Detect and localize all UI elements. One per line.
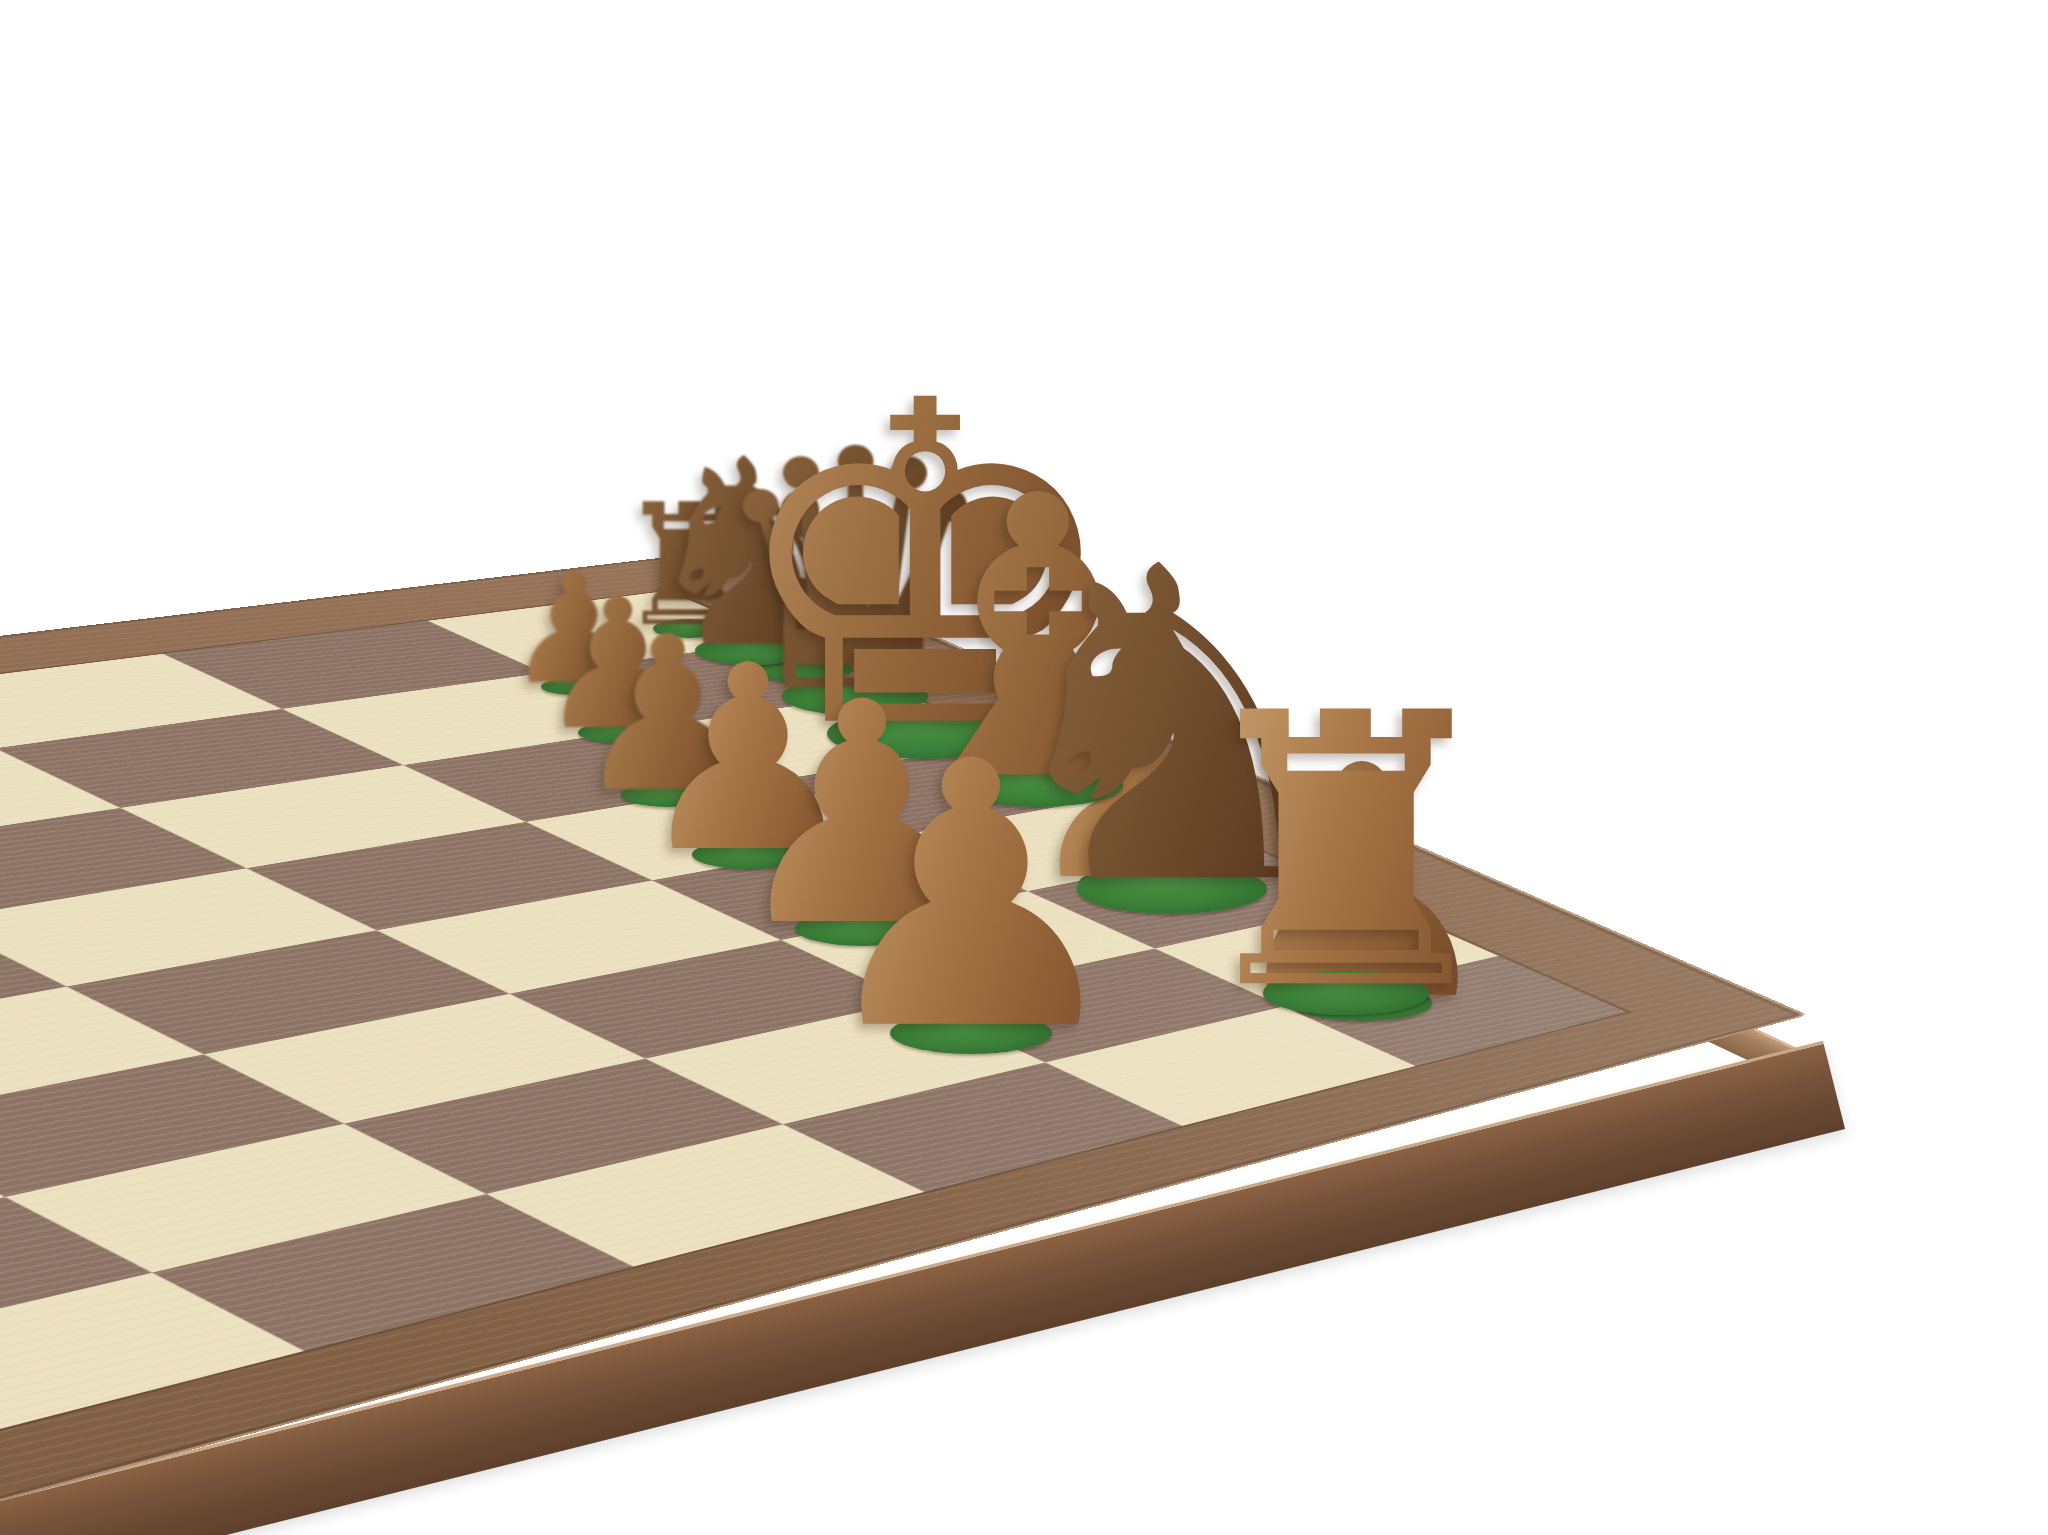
piece-rook-h8[interactable]: ♜ (1177, 665, 1514, 1041)
piece-pawn-f7[interactable]: ♟ (807, 714, 1135, 1080)
product-photo-canvas: ♜♞♝♛♚♝♞♜♟♟♟♟♟♟♟♟ (0, 0, 2048, 1535)
